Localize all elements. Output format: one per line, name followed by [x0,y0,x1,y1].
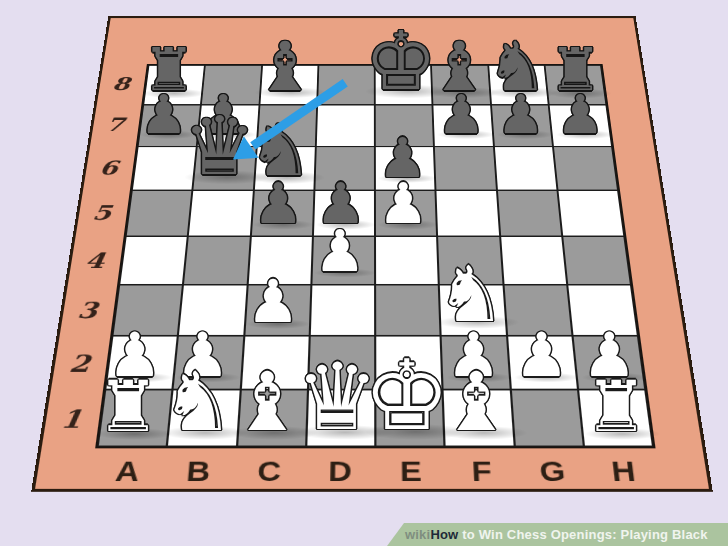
square-e2 [375,336,443,390]
board-grid [95,64,655,449]
square-e3 [375,285,441,336]
rank-label-6: 6 [83,146,134,190]
square-c6 [253,147,315,191]
square-h1 [578,390,653,447]
banner-title: to Win Chess Openings: Playing Black [458,527,707,542]
square-g2 [507,336,578,390]
board-3d: 87654321 ABCDEFGH [73,0,671,472]
square-e8 [375,65,433,105]
file-label-b: B [161,450,235,493]
square-g1 [510,390,583,447]
square-h3 [567,285,638,336]
wikihow-illustration: 87654321 ABCDEFGH ♜♝♚♝♞♜♟♟♟♟♟♛♞♟♟♟♟♟♟♞♟♟… [0,0,728,546]
rank-label-5: 5 [76,190,128,236]
square-g7 [491,105,553,147]
square-c5 [250,190,314,236]
square-d3 [309,285,375,336]
file-label-a: A [89,450,165,493]
square-a3 [112,285,183,336]
file-label-g: G [516,450,591,493]
square-h7 [548,105,612,147]
square-g3 [503,285,572,336]
wiki-logo-how: How [430,527,458,542]
square-e7 [375,105,434,147]
square-c4 [247,236,313,284]
square-d4 [311,236,375,284]
square-c2 [240,336,309,390]
rank-label-1: 1 [42,391,101,448]
square-g6 [493,147,557,191]
board-frame: 87654321 ABCDEFGH [31,16,713,491]
square-a7 [138,105,201,147]
wiki-logo-wiki: wiki [405,527,430,542]
square-d2 [308,336,376,390]
file-label-f: F [445,450,518,493]
square-a4 [119,236,188,284]
file-label-c: C [232,450,305,493]
square-h4 [562,236,631,284]
file-label-e: E [375,450,447,493]
square-e4 [375,236,439,284]
square-h5 [557,190,624,236]
rank-label-3: 3 [60,285,116,336]
file-label-h: H [586,450,662,493]
square-d6 [314,147,375,191]
square-d1 [306,390,375,447]
square-b7 [197,105,259,147]
square-f4 [437,236,503,284]
square-e6 [375,147,436,191]
square-h2 [572,336,645,390]
square-d7 [316,105,375,147]
square-c3 [244,285,311,336]
square-d8 [317,65,375,105]
square-c1 [236,390,307,447]
square-a5 [126,190,193,236]
square-f1 [443,390,514,447]
rank-label-2: 2 [51,337,108,391]
square-a1 [98,390,173,447]
square-a6 [132,147,197,191]
square-f7 [433,105,494,147]
file-label-d: D [304,450,376,493]
wikihow-banner: wikiHow to Win Chess Openings: Playing B… [387,523,728,546]
square-b6 [193,147,257,191]
square-b1 [167,390,240,447]
square-d5 [313,190,375,236]
square-f5 [436,190,500,236]
square-g5 [496,190,562,236]
square-f3 [439,285,506,336]
file-labels: ABCDEFGH [89,450,662,493]
square-b3 [178,285,247,336]
square-a2 [105,336,178,390]
rank-label-8: 8 [97,64,145,104]
square-b4 [183,236,250,284]
square-c7 [256,105,317,147]
rank-label-7: 7 [90,104,139,146]
square-g4 [500,236,567,284]
square-f8 [431,65,490,105]
square-h8 [544,65,606,105]
square-b2 [173,336,244,390]
rank-label-4: 4 [68,236,122,285]
square-b8 [201,65,262,105]
square-b5 [188,190,253,236]
square-c8 [259,65,318,105]
square-f2 [441,336,510,390]
square-g8 [488,65,549,105]
square-e1 [375,390,445,447]
square-a8 [143,65,205,105]
square-h6 [553,147,618,191]
square-e5 [375,190,437,236]
square-f6 [434,147,496,191]
